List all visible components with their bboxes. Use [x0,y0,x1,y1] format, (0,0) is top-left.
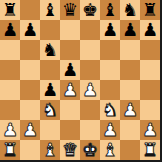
square-f2[interactable]: ♟ [100,120,120,140]
square-f8[interactable]: ♝ [100,0,120,20]
square-h4[interactable] [140,80,160,100]
square-d3[interactable] [60,100,80,120]
black-pawn-piece[interactable]: ♟ [102,20,118,40]
square-c7[interactable] [40,20,60,40]
square-d6[interactable] [60,40,80,60]
square-g8[interactable]: ♞ [120,0,140,20]
square-e4[interactable]: ♟ [80,80,100,100]
chess-board: ♜♝♛♚♝♞♜♟♟♟♟♟♞♟♟♟♟♞♞♟♟♟♟♟♜♝♛♚♝♜ [0,0,160,160]
square-d5[interactable]: ♟ [60,60,80,80]
square-d4[interactable]: ♟ [60,80,80,100]
square-h3[interactable] [140,100,160,120]
square-c6[interactable]: ♞ [40,40,60,60]
square-f7[interactable]: ♟ [100,20,120,40]
square-b8[interactable] [20,0,40,20]
white-bishop-piece[interactable]: ♝ [42,140,58,160]
square-h8[interactable]: ♜ [140,0,160,20]
square-a3[interactable] [0,100,20,120]
square-g2[interactable] [120,120,140,140]
square-a5[interactable] [0,60,20,80]
square-a4[interactable] [0,80,20,100]
square-a8[interactable]: ♜ [0,0,20,20]
square-c2[interactable] [40,120,60,140]
white-pawn-piece[interactable]: ♟ [102,120,118,140]
black-knight-piece[interactable]: ♞ [42,40,58,60]
square-h7[interactable]: ♟ [140,20,160,40]
square-c1[interactable]: ♝ [40,140,60,160]
square-d8[interactable]: ♛ [60,0,80,20]
black-rook-piece[interactable]: ♜ [142,0,158,20]
square-f5[interactable] [100,60,120,80]
board-frame: ♜♝♛♚♝♞♜♟♟♟♟♟♞♟♟♟♟♞♞♟♟♟♟♟♜♝♛♚♝♜ [0,0,162,162]
white-rook-piece[interactable]: ♜ [142,140,158,160]
white-knight-piece[interactable]: ♞ [42,100,58,120]
black-rook-piece[interactable]: ♜ [2,0,18,20]
square-d2[interactable] [60,120,80,140]
black-bishop-piece[interactable]: ♝ [102,0,118,20]
white-bishop-piece[interactable]: ♝ [102,140,118,160]
square-f6[interactable] [100,40,120,60]
square-h1[interactable]: ♜ [140,140,160,160]
square-e2[interactable] [80,120,100,140]
square-b5[interactable] [20,60,40,80]
black-queen-piece[interactable]: ♛ [62,0,78,20]
square-g7[interactable]: ♟ [120,20,140,40]
black-pawn-piece[interactable]: ♟ [2,20,18,40]
square-h6[interactable] [140,40,160,60]
square-a2[interactable]: ♟ [0,120,20,140]
black-pawn-piece[interactable]: ♟ [62,60,78,80]
square-a7[interactable]: ♟ [0,20,20,40]
square-g1[interactable] [120,140,140,160]
square-a6[interactable] [0,40,20,60]
square-f1[interactable]: ♝ [100,140,120,160]
square-h2[interactable]: ♟ [140,120,160,140]
black-pawn-piece[interactable]: ♟ [42,80,58,100]
square-f3[interactable]: ♞ [100,100,120,120]
white-pawn-piece[interactable]: ♟ [2,120,18,140]
square-g3[interactable]: ♟ [120,100,140,120]
white-rook-piece[interactable]: ♜ [2,140,18,160]
square-d7[interactable] [60,20,80,40]
black-bishop-piece[interactable]: ♝ [42,0,58,20]
square-b6[interactable] [20,40,40,60]
square-b3[interactable] [20,100,40,120]
square-e7[interactable] [80,20,100,40]
square-b4[interactable] [20,80,40,100]
black-pawn-piece[interactable]: ♟ [22,20,38,40]
black-king-piece[interactable]: ♚ [82,0,98,20]
square-b2[interactable]: ♟ [20,120,40,140]
square-c8[interactable]: ♝ [40,0,60,20]
black-pawn-piece[interactable]: ♟ [122,20,138,40]
square-a1[interactable]: ♜ [0,140,20,160]
white-pawn-piece[interactable]: ♟ [82,80,98,100]
white-king-piece[interactable]: ♚ [82,140,98,160]
black-pawn-piece[interactable]: ♟ [142,20,158,40]
square-c4[interactable]: ♟ [40,80,60,100]
black-knight-piece[interactable]: ♞ [122,0,138,20]
square-c5[interactable] [40,60,60,80]
square-e8[interactable]: ♚ [80,0,100,20]
square-g4[interactable] [120,80,140,100]
white-knight-piece[interactable]: ♞ [102,100,118,120]
square-b1[interactable] [20,140,40,160]
square-f4[interactable] [100,80,120,100]
square-h5[interactable] [140,60,160,80]
white-queen-piece[interactable]: ♛ [62,140,78,160]
white-pawn-piece[interactable]: ♟ [22,120,38,140]
square-e3[interactable] [80,100,100,120]
square-c3[interactable]: ♞ [40,100,60,120]
square-e5[interactable] [80,60,100,80]
square-g6[interactable] [120,40,140,60]
white-pawn-piece[interactable]: ♟ [62,80,78,100]
square-d1[interactable]: ♛ [60,140,80,160]
square-e1[interactable]: ♚ [80,140,100,160]
white-pawn-piece[interactable]: ♟ [142,120,158,140]
square-e6[interactable] [80,40,100,60]
white-pawn-piece[interactable]: ♟ [122,100,138,120]
square-g5[interactable] [120,60,140,80]
square-b7[interactable]: ♟ [20,20,40,40]
